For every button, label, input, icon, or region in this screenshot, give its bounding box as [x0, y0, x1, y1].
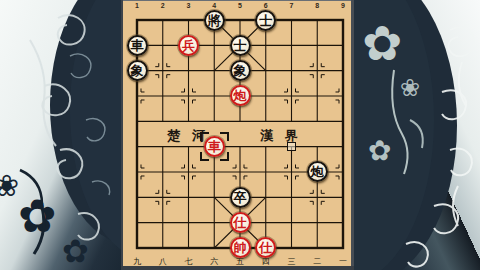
- right-floral-ornaments: ✿ ❀ ✿: [354, 0, 480, 270]
- left-floral-ornaments: ✿ ✿ ❀: [0, 0, 121, 270]
- file-label-top-6: 6: [264, 2, 268, 9]
- file-label-bottom-1: 九: [133, 256, 141, 267]
- file-label-top-2: 2: [161, 2, 165, 9]
- file-label-top-4: 4: [212, 2, 216, 9]
- piece-red-general[interactable]: 帥: [230, 237, 251, 258]
- file-label-bottom-9: 一: [339, 256, 347, 267]
- file-label-top-9: 9: [341, 2, 345, 9]
- piece-red-advisor[interactable]: 仕: [230, 212, 251, 233]
- svg-text:✿: ✿: [368, 134, 391, 167]
- file-label-top-1: 1: [135, 2, 139, 9]
- left-floral-background: ✿ ✿ ❀: [0, 0, 121, 270]
- piece-black-general[interactable]: 將: [204, 10, 225, 31]
- svg-text:✿: ✿: [362, 15, 402, 71]
- file-label-bottom-2: 八: [159, 256, 167, 267]
- svg-text:❀: ❀: [0, 168, 19, 203]
- piece-red-soldier[interactable]: 兵: [178, 35, 199, 56]
- piece-red-chariot[interactable]: 車: [204, 136, 225, 157]
- file-label-top-8: 8: [315, 2, 319, 9]
- piece-black-elephant[interactable]: 象: [230, 60, 251, 81]
- file-label-top-5: 5: [238, 2, 242, 9]
- file-label-bottom-3: 七: [185, 256, 193, 267]
- svg-text:❀: ❀: [400, 74, 420, 102]
- file-label-bottom-4: 六: [210, 256, 218, 267]
- file-label-top-3: 3: [187, 2, 191, 9]
- file-label-top-7: 7: [290, 2, 294, 9]
- right-floral-background: ✿ ❀ ✿: [354, 0, 480, 270]
- river-label-han-jie: 漢界: [260, 127, 310, 145]
- file-label-bottom-7: 三: [288, 256, 296, 267]
- piece-black-chariot[interactable]: 車: [127, 35, 148, 56]
- svg-text:✿: ✿: [62, 232, 89, 270]
- xiangqi-game-screen: ✿ ✿ ❀ ✿ ❀ ✿: [0, 0, 480, 270]
- xiangqi-board[interactable]: 楚河 漢界 123456789九八七六五四三二一將士車兵士象象炮車炮卒仕帥仕: [121, 0, 354, 270]
- piece-black-elephant[interactable]: 象: [127, 60, 148, 81]
- last-move-origin-marker: [287, 142, 296, 151]
- piece-black-advisor[interactable]: 士: [230, 35, 251, 56]
- piece-black-advisor[interactable]: 士: [255, 10, 276, 31]
- file-label-bottom-8: 二: [313, 256, 321, 267]
- piece-red-cannon[interactable]: 炮: [230, 85, 251, 106]
- svg-text:✿: ✿: [18, 189, 57, 243]
- piece-black-soldier[interactable]: 卒: [230, 187, 251, 208]
